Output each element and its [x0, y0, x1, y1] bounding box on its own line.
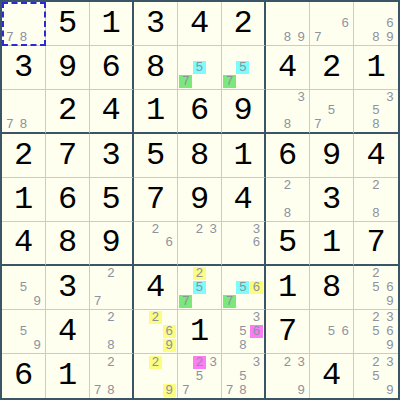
- cell-r2c2[interactable]: 9: [46, 46, 90, 90]
- cell-value: 5: [101, 184, 120, 216]
- cell-r3c3[interactable]: 4: [90, 90, 134, 134]
- candidate-3: 3: [384, 311, 397, 324]
- candidate-9: 9: [163, 339, 176, 352]
- cell-r7c1[interactable]: 59: [2, 266, 46, 310]
- cell-r9c8[interactable]: 4: [310, 354, 354, 398]
- cell-r1c6[interactable]: 2: [222, 2, 266, 46]
- cell-value: 2: [58, 95, 77, 127]
- candidate-8: 8: [236, 339, 249, 352]
- cell-r1c1[interactable]: 78: [2, 2, 46, 46]
- candidate-5: 5: [325, 325, 338, 338]
- candidate-7: 7: [91, 384, 104, 397]
- cell-r3c1[interactable]: 78: [2, 90, 46, 134]
- cell-r4c2[interactable]: 7: [46, 134, 90, 178]
- candidate-2: 2: [281, 179, 294, 192]
- pencil-marks: 57: [311, 91, 352, 131]
- pencil-marks: 3578: [223, 355, 263, 397]
- cell-value: 6: [58, 184, 77, 216]
- cell-value: 2: [14, 140, 33, 172]
- candidate-8: 8: [370, 31, 383, 44]
- cell-value: 1: [58, 360, 77, 392]
- cell-value: 8: [190, 140, 209, 172]
- cell-value: 8: [322, 272, 341, 304]
- cell-r6c4[interactable]: 26: [134, 222, 178, 266]
- candidate-2: 2: [370, 179, 383, 192]
- pencil-marks: 567: [223, 267, 263, 308]
- cell-value: 3: [101, 140, 120, 172]
- candidate-9: 9: [295, 384, 308, 397]
- pencil-marks: 2359: [355, 355, 397, 397]
- cell-r4c7[interactable]: 6: [266, 134, 310, 178]
- cell-r8c7[interactable]: 7: [266, 310, 310, 354]
- candidate-8: 8: [104, 339, 117, 352]
- candidate-7: 7: [179, 295, 192, 308]
- cell-value: 6: [190, 95, 209, 127]
- cell-r6c9[interactable]: 7: [354, 222, 398, 266]
- cell-r8c9[interactable]: 23569: [354, 310, 398, 354]
- candidate-8: 8: [281, 31, 294, 44]
- cell-value: 1: [101, 8, 120, 40]
- candidate-7: 7: [3, 118, 16, 131]
- cell-r1c5[interactable]: 4: [178, 2, 222, 46]
- candidate-7: 7: [223, 384, 236, 397]
- cell-r6c8[interactable]: 1: [310, 222, 354, 266]
- cell-value: 5: [58, 8, 77, 40]
- cell-r7c2[interactable]: 3: [46, 266, 90, 310]
- cell-r1c3[interactable]: 1: [90, 2, 134, 46]
- candidate-6: 6: [384, 17, 397, 30]
- cell-r1c8[interactable]: 67: [310, 2, 354, 46]
- candidate-6: 6: [250, 281, 263, 294]
- pencil-marks: 27: [91, 267, 131, 308]
- cell-r1c2[interactable]: 5: [46, 2, 90, 46]
- cell-r6c2[interactable]: 8: [46, 222, 90, 266]
- cell-r5c5[interactable]: 9: [178, 178, 222, 222]
- pencil-marks: 57: [179, 47, 220, 88]
- cell-r1c4[interactable]: 3: [134, 2, 178, 46]
- cell-r3c7[interactable]: 38: [266, 90, 310, 134]
- cell-r4c6[interactable]: 1: [222, 134, 266, 178]
- cell-r8c2[interactable]: 4: [46, 310, 90, 354]
- pencil-marks: 28: [267, 179, 308, 220]
- cell-r2c8[interactable]: 2: [310, 46, 354, 90]
- pencil-marks: 59: [3, 311, 44, 352]
- cell-r2c7[interactable]: 4: [266, 46, 310, 90]
- candidate-6: 6: [163, 325, 176, 338]
- cell-value: 6: [101, 52, 120, 84]
- cell-r7c8[interactable]: 8: [310, 266, 354, 310]
- candidate-8: 8: [17, 31, 30, 44]
- cell-r2c4[interactable]: 8: [134, 46, 178, 90]
- cell-value: 1: [190, 316, 209, 348]
- candidate-3: 3: [250, 223, 263, 236]
- cell-value: 4: [190, 8, 209, 40]
- cell-value: 7: [58, 140, 77, 172]
- candidate-6: 6: [163, 236, 176, 249]
- candidate-7: 7: [311, 118, 324, 131]
- candidate-5: 5: [370, 370, 383, 383]
- cell-r3c6[interactable]: 9: [222, 90, 266, 134]
- cell-r3c5[interactable]: 6: [178, 90, 222, 134]
- candidate-8: 8: [281, 118, 294, 131]
- cell-value: 3: [322, 184, 341, 216]
- cell-r6c1[interactable]: 4: [2, 222, 46, 266]
- candidate-2: 2: [281, 356, 294, 369]
- cell-value: 4: [146, 272, 165, 304]
- candidate-8: 8: [370, 207, 383, 220]
- cell-value: 4: [233, 184, 252, 216]
- pencil-marks: 78: [3, 3, 44, 44]
- cell-r1c7[interactable]: 89: [266, 2, 310, 46]
- pencil-marks: 57: [223, 47, 263, 88]
- cell-r7c6[interactable]: 567: [222, 266, 266, 310]
- cell-r6c6[interactable]: 36: [222, 222, 266, 266]
- candidate-5: 5: [370, 104, 383, 117]
- cell-r5c8[interactable]: 3: [310, 178, 354, 222]
- candidate-5: 5: [325, 104, 338, 117]
- cell-r8c8[interactable]: 56: [310, 310, 354, 354]
- candidate-2: 2: [149, 311, 162, 324]
- cell-value: 1: [322, 227, 341, 259]
- candidate-3: 3: [207, 223, 220, 236]
- candidate-2: 2: [193, 267, 206, 280]
- cell-r4c9[interactable]: 4: [354, 134, 398, 178]
- cell-value: 8: [146, 52, 165, 84]
- candidate-8: 8: [17, 118, 30, 131]
- cell-r9c3[interactable]: 278: [90, 354, 134, 398]
- candidate-9: 9: [163, 384, 176, 397]
- cell-r9c2[interactable]: 1: [46, 354, 90, 398]
- candidate-6: 6: [384, 281, 397, 294]
- cell-value: 2: [233, 8, 252, 40]
- pencil-marks: 689: [355, 3, 397, 44]
- cell-r5c2[interactable]: 6: [46, 178, 90, 222]
- cell-r9c4[interactable]: 29: [134, 354, 178, 398]
- cell-value: 1: [146, 95, 165, 127]
- candidate-3: 3: [295, 91, 308, 104]
- candidate-5: 5: [193, 281, 206, 294]
- candidate-9: 9: [31, 295, 44, 308]
- cell-value: 4: [366, 140, 385, 172]
- cell-r7c7[interactable]: 1: [266, 266, 310, 310]
- candidate-3: 3: [384, 356, 397, 369]
- cell-r4c8[interactable]: 9: [310, 134, 354, 178]
- candidate-6: 6: [384, 325, 397, 338]
- cell-value: 1: [366, 52, 385, 84]
- candidate-8: 8: [236, 384, 249, 397]
- cell-value: 7: [146, 184, 165, 216]
- candidate-3: 3: [250, 311, 263, 324]
- candidate-5: 5: [193, 61, 206, 74]
- cell-r9c9[interactable]: 2359: [354, 354, 398, 398]
- candidate-5: 5: [236, 281, 249, 294]
- cell-value: 4: [278, 52, 297, 84]
- candidate-5: 5: [236, 370, 249, 383]
- cell-value: 2: [322, 52, 341, 84]
- candidate-3: 3: [295, 356, 308, 369]
- cell-value: 5: [278, 227, 297, 259]
- candidate-9: 9: [384, 295, 397, 308]
- cell-r3c9[interactable]: 358: [354, 90, 398, 134]
- candidate-2: 2: [370, 267, 383, 280]
- pencil-marks: 278: [91, 355, 131, 397]
- cell-r7c9[interactable]: 2569: [354, 266, 398, 310]
- cell-r8c1[interactable]: 59: [2, 310, 46, 354]
- cell-r6c7[interactable]: 5: [266, 222, 310, 266]
- cell-r3c2[interactable]: 2: [46, 90, 90, 134]
- pencil-marks: 257: [179, 267, 220, 308]
- candidate-7: 7: [311, 31, 324, 44]
- cell-r1c9[interactable]: 689: [354, 2, 398, 46]
- cell-r9c7[interactable]: 239: [266, 354, 310, 398]
- pencil-marks: 67: [311, 3, 352, 44]
- pencil-marks: 2569: [355, 267, 397, 308]
- cell-r7c4[interactable]: 4: [134, 266, 178, 310]
- candidate-9: 9: [31, 339, 44, 352]
- pencil-marks: 23: [179, 223, 220, 263]
- cell-value: 4: [101, 95, 120, 127]
- candidate-7: 7: [179, 384, 192, 397]
- cell-value: 4: [14, 227, 33, 259]
- cell-r2c5[interactable]: 57: [178, 46, 222, 90]
- candidate-9: 9: [384, 339, 397, 352]
- pencil-marks: 239: [267, 355, 308, 397]
- cell-r4c4[interactable]: 5: [134, 134, 178, 178]
- pencil-marks: 2357: [179, 355, 220, 397]
- pencil-marks: 358: [355, 91, 397, 131]
- cell-value: 3: [146, 8, 165, 40]
- cell-value: 5: [146, 140, 165, 172]
- cell-r3c4[interactable]: 1: [134, 90, 178, 134]
- pencil-marks: 38: [267, 91, 308, 131]
- candidate-7: 7: [3, 31, 16, 44]
- cell-value: 9: [190, 184, 209, 216]
- pencil-marks: 26: [135, 223, 176, 263]
- cell-r8c5[interactable]: 1: [178, 310, 222, 354]
- cell-r7c3[interactable]: 27: [90, 266, 134, 310]
- candidate-3: 3: [384, 91, 397, 104]
- cell-r6c5[interactable]: 23: [178, 222, 222, 266]
- cell-value: 1: [233, 140, 252, 172]
- cell-r5c4[interactable]: 7: [134, 178, 178, 222]
- candidate-6: 6: [250, 325, 263, 338]
- cell-r9c5[interactable]: 2357: [178, 354, 222, 398]
- cell-r9c1[interactable]: 6: [2, 354, 46, 398]
- candidate-6: 6: [339, 17, 352, 30]
- sudoku-board: 7851342896768939685757421782416938573582…: [0, 0, 400, 400]
- candidate-2: 2: [149, 223, 162, 236]
- cell-r5c3[interactable]: 5: [90, 178, 134, 222]
- cell-r5c7[interactable]: 28: [266, 178, 310, 222]
- cell-r8c4[interactable]: 269: [134, 310, 178, 354]
- cell-value: 1: [14, 184, 33, 216]
- pencil-marks: 36: [223, 223, 263, 263]
- cell-value: 9: [101, 227, 120, 259]
- pencil-marks: 28: [91, 311, 131, 352]
- candidate-2: 2: [193, 356, 206, 369]
- pencil-marks: 56: [311, 311, 352, 352]
- pencil-marks: 59: [3, 267, 44, 308]
- cell-r5c9[interactable]: 28: [354, 178, 398, 222]
- cell-r5c6[interactable]: 4: [222, 178, 266, 222]
- candidate-2: 2: [104, 356, 117, 369]
- cell-r8c3[interactable]: 28: [90, 310, 134, 354]
- cell-value: 6: [278, 140, 297, 172]
- cell-r2c1[interactable]: 3: [2, 46, 46, 90]
- candidate-7: 7: [91, 295, 104, 308]
- pencil-marks: 269: [135, 311, 176, 352]
- candidate-5: 5: [370, 325, 383, 338]
- cell-value: 3: [14, 52, 33, 84]
- candidate-5: 5: [236, 61, 249, 74]
- pencil-marks: 3568: [223, 311, 263, 352]
- cell-r4c1[interactable]: 2: [2, 134, 46, 178]
- pencil-marks: 78: [3, 91, 44, 131]
- cell-r9c6[interactable]: 3578: [222, 354, 266, 398]
- candidate-3: 3: [207, 356, 220, 369]
- cell-value: 4: [322, 360, 341, 392]
- cell-value: 6: [14, 360, 33, 392]
- cell-r6c3[interactable]: 9: [90, 222, 134, 266]
- cell-value: 7: [278, 316, 297, 348]
- cell-r4c3[interactable]: 3: [90, 134, 134, 178]
- cell-r2c3[interactable]: 6: [90, 46, 134, 90]
- cell-r2c6[interactable]: 57: [222, 46, 266, 90]
- candidate-2: 2: [149, 356, 162, 369]
- cell-r4c5[interactable]: 8: [178, 134, 222, 178]
- candidate-7: 7: [223, 75, 236, 88]
- candidate-8: 8: [281, 207, 294, 220]
- cell-value: 9: [58, 52, 77, 84]
- cell-value: 9: [322, 140, 341, 172]
- candidate-2: 2: [193, 223, 206, 236]
- candidate-5: 5: [236, 325, 249, 338]
- candidate-6: 6: [250, 236, 263, 249]
- candidate-2: 2: [104, 311, 117, 324]
- candidate-7: 7: [223, 295, 236, 308]
- candidate-2: 2: [370, 356, 383, 369]
- candidate-5: 5: [17, 325, 30, 338]
- candidate-9: 9: [295, 31, 308, 44]
- candidate-6: 6: [339, 325, 352, 338]
- candidate-2: 2: [104, 267, 117, 280]
- cell-value: 9: [233, 95, 252, 127]
- candidate-3: 3: [250, 356, 263, 369]
- candidate-8: 8: [370, 118, 383, 131]
- candidate-2: 2: [370, 311, 383, 324]
- cell-value: 3: [58, 272, 77, 304]
- candidate-7: 7: [179, 75, 192, 88]
- candidate-5: 5: [370, 281, 383, 294]
- cell-value: 1: [278, 272, 297, 304]
- cell-r3c8[interactable]: 57: [310, 90, 354, 134]
- cell-r5c1[interactable]: 1: [2, 178, 46, 222]
- candidate-5: 5: [193, 370, 206, 383]
- candidate-9: 9: [384, 31, 397, 44]
- pencil-marks: 28: [355, 179, 397, 220]
- cell-r8c6[interactable]: 3568: [222, 310, 266, 354]
- pencil-marks: 29: [135, 355, 176, 397]
- pencil-marks: 23569: [355, 311, 397, 352]
- cell-r2c9[interactable]: 1: [354, 46, 398, 90]
- candidate-5: 5: [17, 281, 30, 294]
- pencil-marks: 89: [267, 3, 308, 44]
- cell-value: 7: [366, 227, 385, 259]
- cell-value: 8: [58, 227, 77, 259]
- cell-r7c5[interactable]: 257: [178, 266, 222, 310]
- candidate-9: 9: [384, 384, 397, 397]
- candidate-8: 8: [104, 384, 117, 397]
- cell-value: 4: [58, 316, 77, 348]
